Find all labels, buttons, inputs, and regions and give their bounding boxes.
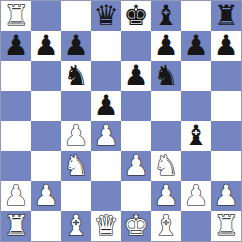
piece-black-queen[interactable]: ♛ [93, 1, 118, 31]
square-c7[interactable]: ♟ [61, 31, 91, 61]
square-f8[interactable]: ♝ [151, 1, 181, 31]
square-h7[interactable]: ♟ [211, 31, 241, 61]
piece-black-pawn[interactable]: ♟ [153, 31, 178, 61]
square-f4[interactable] [151, 121, 181, 151]
square-g8[interactable] [181, 1, 211, 31]
square-f1[interactable]: ♝ [151, 211, 181, 241]
square-e2[interactable] [121, 181, 151, 211]
square-d7[interactable] [91, 31, 121, 61]
piece-white-pawn[interactable]: ♟ [153, 181, 178, 211]
piece-white-pawn[interactable]: ♟ [3, 181, 28, 211]
square-e7[interactable] [121, 31, 151, 61]
square-e6[interactable]: ♟ [121, 61, 151, 91]
square-f2[interactable]: ♟ [151, 181, 181, 211]
piece-white-king[interactable]: ♚ [123, 211, 148, 241]
square-g5[interactable] [181, 91, 211, 121]
square-h5[interactable] [211, 91, 241, 121]
square-f5[interactable] [151, 91, 181, 121]
piece-black-pawn[interactable]: ♟ [183, 31, 208, 61]
square-g3[interactable] [181, 151, 211, 181]
piece-white-queen[interactable]: ♛ [93, 211, 118, 241]
square-h3[interactable] [211, 151, 241, 181]
square-c1[interactable]: ♝ [61, 211, 91, 241]
square-e5[interactable] [121, 91, 151, 121]
square-h1[interactable]: ♜ [211, 211, 241, 241]
square-g2[interactable]: ♟ [181, 181, 211, 211]
square-c4[interactable]: ♟ [61, 121, 91, 151]
square-g7[interactable]: ♟ [181, 31, 211, 61]
piece-white-rook[interactable]: ♜ [3, 211, 28, 241]
square-h4[interactable] [211, 121, 241, 151]
piece-white-pawn[interactable]: ♟ [93, 121, 118, 151]
square-b7[interactable]: ♟ [31, 31, 61, 61]
piece-black-rook[interactable]: ♜ [213, 1, 238, 31]
piece-white-knight[interactable]: ♞ [153, 151, 178, 181]
square-c5[interactable] [61, 91, 91, 121]
square-b3[interactable] [31, 151, 61, 181]
square-b2[interactable]: ♟ [31, 181, 61, 211]
square-b5[interactable] [31, 91, 61, 121]
piece-white-pawn[interactable]: ♟ [123, 151, 148, 181]
piece-black-pawn[interactable]: ♟ [33, 31, 58, 61]
piece-white-bishop[interactable]: ♝ [153, 211, 178, 241]
piece-black-pawn[interactable]: ♟ [123, 61, 148, 91]
square-c6[interactable]: ♞ [61, 61, 91, 91]
piece-black-pawn[interactable]: ♟ [213, 31, 238, 61]
square-g1[interactable] [181, 211, 211, 241]
square-a6[interactable] [1, 61, 31, 91]
square-e1[interactable]: ♚ [121, 211, 151, 241]
square-d4[interactable]: ♟ [91, 121, 121, 151]
square-e4[interactable] [121, 121, 151, 151]
square-e3[interactable]: ♟ [121, 151, 151, 181]
square-b1[interactable] [31, 211, 61, 241]
square-a8[interactable]: ♜ [1, 1, 31, 31]
square-a2[interactable]: ♟ [1, 181, 31, 211]
piece-black-king[interactable]: ♚ [123, 1, 148, 31]
square-d5[interactable]: ♟ [91, 91, 121, 121]
piece-white-pawn[interactable]: ♟ [183, 181, 208, 211]
piece-white-rook[interactable]: ♜ [213, 211, 238, 241]
square-b8[interactable] [31, 1, 61, 31]
piece-white-pawn[interactable]: ♟ [213, 181, 238, 211]
piece-white-bishop[interactable]: ♝ [63, 211, 88, 241]
square-f6[interactable]: ♞ [151, 61, 181, 91]
square-f3[interactable]: ♞ [151, 151, 181, 181]
square-e8[interactable]: ♚ [121, 1, 151, 31]
chess-board: ♜♛♚♝♜♟♟♟♟♟♟♞♟♞♟♟♟♝♞♟♞♟♟♟♟♟♜♝♛♚♝♜ [0, 0, 242, 242]
square-a1[interactable]: ♜ [1, 211, 31, 241]
square-c8[interactable] [61, 1, 91, 31]
square-b6[interactable] [31, 61, 61, 91]
piece-white-pawn[interactable]: ♟ [63, 121, 88, 151]
square-h2[interactable]: ♟ [211, 181, 241, 211]
square-a4[interactable] [1, 121, 31, 151]
piece-black-knight[interactable]: ♞ [63, 61, 88, 91]
square-d3[interactable] [91, 151, 121, 181]
square-d8[interactable]: ♛ [91, 1, 121, 31]
square-a7[interactable]: ♟ [1, 31, 31, 61]
square-d6[interactable] [91, 61, 121, 91]
piece-black-pawn[interactable]: ♟ [3, 31, 28, 61]
piece-black-pawn[interactable]: ♟ [63, 31, 88, 61]
square-g4[interactable]: ♝ [181, 121, 211, 151]
square-c2[interactable] [61, 181, 91, 211]
piece-black-bishop[interactable]: ♝ [183, 121, 208, 151]
square-f7[interactable]: ♟ [151, 31, 181, 61]
piece-black-knight[interactable]: ♞ [153, 61, 178, 91]
square-a3[interactable] [1, 151, 31, 181]
square-d1[interactable]: ♛ [91, 211, 121, 241]
piece-white-pawn[interactable]: ♟ [33, 181, 58, 211]
piece-white-knight[interactable]: ♞ [63, 151, 88, 181]
piece-white-rook[interactable]: ♜ [3, 1, 28, 31]
square-h6[interactable] [211, 61, 241, 91]
piece-black-bishop[interactable]: ♝ [153, 1, 178, 31]
square-g6[interactable] [181, 61, 211, 91]
square-h8[interactable]: ♜ [211, 1, 241, 31]
piece-black-pawn[interactable]: ♟ [93, 91, 118, 121]
square-b4[interactable] [31, 121, 61, 151]
square-c3[interactable]: ♞ [61, 151, 91, 181]
square-a5[interactable] [1, 91, 31, 121]
square-d2[interactable] [91, 181, 121, 211]
